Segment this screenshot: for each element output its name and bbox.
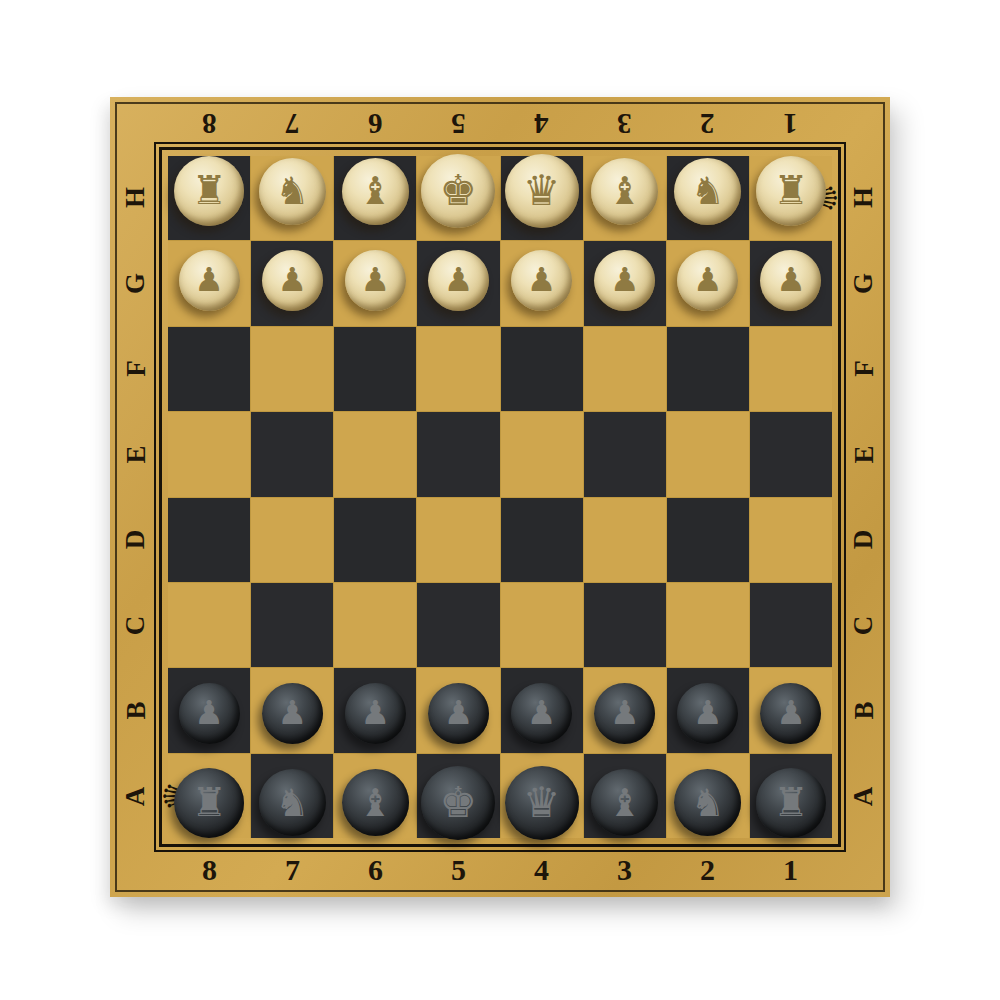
- square-h2[interactable]: ♞: [667, 156, 749, 240]
- coordinate-label: 6: [368, 853, 383, 887]
- square-f6[interactable]: [334, 327, 416, 411]
- right-letter-f: F: [845, 326, 883, 412]
- square-h3[interactable]: ♝: [584, 156, 666, 240]
- pawn-glyph: ♟: [693, 697, 723, 730]
- square-b2[interactable]: ♟: [667, 668, 749, 752]
- bishop-glyph: ♝: [608, 784, 642, 822]
- white-pawn[interactable]: ♟: [594, 250, 655, 311]
- bishop-glyph: ♝: [608, 172, 642, 210]
- coordinate-label: 4: [534, 107, 549, 140]
- black-pawn[interactable]: ♟: [677, 683, 738, 744]
- pawn-glyph: ♟: [194, 264, 224, 297]
- square-f2[interactable]: [667, 327, 749, 411]
- coords-bottom-numbers: 87654321: [168, 850, 832, 890]
- square-a4[interactable]: ♛: [501, 754, 583, 838]
- square-c4[interactable]: [501, 583, 583, 667]
- square-c1[interactable]: [750, 583, 832, 667]
- coordinate-label: 5: [451, 107, 466, 140]
- white-bishop[interactable]: ♝: [591, 158, 658, 225]
- black-rook[interactable]: ♜: [756, 768, 826, 838]
- square-c5[interactable]: [417, 583, 499, 667]
- playing-area-inner-frame: ♜♞♝♚♛♝♞♛♜♟♟♟♟♟♟♟♟♟♟♟♟♟♟♟♟♛♜♞♝♚♛♝♞♜: [159, 147, 841, 847]
- square-d2[interactable]: [667, 498, 749, 582]
- top-number-4: 4: [500, 104, 583, 142]
- square-a2[interactable]: ♞: [667, 754, 749, 838]
- right-letter-b: B: [845, 668, 883, 754]
- black-rook[interactable]: ♜: [174, 768, 244, 838]
- square-f3[interactable]: [584, 327, 666, 411]
- left-letter-h: H: [117, 155, 155, 241]
- coordinate-label: E: [120, 445, 151, 463]
- white-pawn[interactable]: ♟: [677, 250, 738, 311]
- square-g8[interactable]: ♟: [168, 241, 250, 325]
- black-pawn[interactable]: ♟: [179, 683, 240, 744]
- right-letter-g: G: [845, 241, 883, 327]
- square-e6[interactable]: [334, 412, 416, 496]
- bishop-glyph: ♝: [358, 784, 392, 822]
- playing-area-frame: ♜♞♝♚♛♝♞♛♜♟♟♟♟♟♟♟♟♟♟♟♟♟♟♟♟♛♜♞♝♚♛♝♞♜: [154, 142, 846, 852]
- coordinate-label: E: [848, 445, 879, 463]
- coordinate-label: 3: [617, 107, 632, 140]
- coordinate-label: 8: [202, 107, 217, 140]
- coordinate-label: 6: [368, 107, 383, 140]
- pawn-glyph: ♟: [776, 264, 806, 297]
- pawn-glyph: ♟: [693, 264, 723, 297]
- square-b4[interactable]: ♟: [501, 668, 583, 752]
- square-b5[interactable]: ♟: [417, 668, 499, 752]
- square-c8[interactable]: [168, 583, 250, 667]
- black-knight[interactable]: ♞: [674, 769, 741, 836]
- square-g7[interactable]: ♟: [251, 241, 333, 325]
- black-bishop[interactable]: ♝: [591, 769, 658, 836]
- square-e8[interactable]: [168, 412, 250, 496]
- top-number-1: 1: [749, 104, 832, 142]
- square-f7[interactable]: [251, 327, 333, 411]
- white-rook[interactable]: ♜: [174, 156, 244, 226]
- square-e5[interactable]: [417, 412, 499, 496]
- coordinate-label: H: [120, 187, 151, 208]
- rook-glyph: ♜: [773, 783, 809, 823]
- left-letter-f: F: [117, 326, 155, 412]
- bottom-number-1: 1: [749, 850, 832, 890]
- rook-glyph: ♜: [191, 171, 227, 211]
- square-h8[interactable]: ♜: [168, 156, 250, 240]
- square-g4[interactable]: ♟: [501, 241, 583, 325]
- black-pawn[interactable]: ♟: [345, 683, 406, 744]
- left-letter-c: C: [117, 583, 155, 669]
- pawn-glyph: ♟: [277, 697, 307, 730]
- black-pawn[interactable]: ♟: [262, 683, 323, 744]
- top-number-6: 6: [334, 104, 417, 142]
- coords-left-letters: HGFEDCBA: [117, 155, 155, 839]
- black-pawn[interactable]: ♟: [594, 683, 655, 744]
- square-e7[interactable]: [251, 412, 333, 496]
- pawn-glyph: ♟: [776, 697, 806, 730]
- white-bishop[interactable]: ♝: [342, 158, 409, 225]
- square-e2[interactable]: [667, 412, 749, 496]
- bottom-number-3: 3: [583, 850, 666, 890]
- right-letter-a: A: [845, 754, 883, 840]
- pawn-glyph: ♟: [361, 697, 391, 730]
- square-c7[interactable]: [251, 583, 333, 667]
- coordinate-label: 1: [783, 107, 798, 140]
- square-d7[interactable]: [251, 498, 333, 582]
- square-b6[interactable]: ♟: [334, 668, 416, 752]
- square-d1[interactable]: [750, 498, 832, 582]
- knight-glyph: ♞: [275, 172, 309, 210]
- chess-board: 87654321 87654321 HGFEDCBA HGFEDCBA ♜♞♝♚…: [110, 97, 890, 897]
- square-h7[interactable]: ♞: [251, 156, 333, 240]
- square-a5[interactable]: ♚: [417, 754, 499, 838]
- square-a6[interactable]: ♝: [334, 754, 416, 838]
- square-a3[interactable]: ♝: [584, 754, 666, 838]
- white-pawn[interactable]: ♟: [345, 250, 406, 311]
- square-g6[interactable]: ♟: [334, 241, 416, 325]
- square-b7[interactable]: ♟: [251, 668, 333, 752]
- left-letter-b: B: [117, 668, 155, 754]
- black-pawn[interactable]: ♟: [511, 683, 572, 744]
- white-pawn[interactable]: ♟: [262, 250, 323, 311]
- coordinate-label: A: [121, 787, 152, 807]
- square-h6[interactable]: ♝: [334, 156, 416, 240]
- coordinate-label: G: [848, 273, 879, 294]
- square-d3[interactable]: [584, 498, 666, 582]
- white-knight[interactable]: ♞: [259, 158, 326, 225]
- square-h1[interactable]: ♛♜: [750, 156, 832, 240]
- square-c3[interactable]: [584, 583, 666, 667]
- coordinate-label: C: [849, 616, 880, 636]
- white-queen[interactable]: ♛: [505, 154, 579, 228]
- square-d8[interactable]: [168, 498, 250, 582]
- white-knight[interactable]: ♞: [674, 158, 741, 225]
- coordinate-label: C: [121, 616, 152, 636]
- right-letter-e: E: [845, 412, 883, 498]
- square-d4[interactable]: [501, 498, 583, 582]
- square-g3[interactable]: ♟: [584, 241, 666, 325]
- square-f5[interactable]: [417, 327, 499, 411]
- board-grid: ♜♞♝♚♛♝♞♛♜♟♟♟♟♟♟♟♟♟♟♟♟♟♟♟♟♛♜♞♝♚♛♝♞♜: [168, 156, 832, 838]
- black-queen[interactable]: ♛: [505, 766, 579, 840]
- right-letter-d: D: [845, 497, 883, 583]
- pawn-glyph: ♟: [527, 697, 557, 730]
- pawn-glyph: ♟: [194, 697, 224, 730]
- coordinate-label: 7: [285, 853, 300, 887]
- coordinate-label: D: [121, 530, 152, 550]
- white-pawn[interactable]: ♟: [428, 250, 489, 311]
- coordinate-label: 5: [451, 853, 466, 887]
- coordinate-label: B: [848, 702, 879, 720]
- top-number-7: 7: [251, 104, 334, 142]
- left-letter-e: E: [117, 412, 155, 498]
- square-c6[interactable]: [334, 583, 416, 667]
- rook-glyph: ♜: [773, 171, 809, 211]
- square-b8[interactable]: ♟: [168, 668, 250, 752]
- left-letter-g: G: [117, 241, 155, 327]
- square-f1[interactable]: [750, 327, 832, 411]
- coordinate-label: 2: [700, 107, 715, 140]
- top-number-8: 8: [168, 104, 251, 142]
- square-f8[interactable]: [168, 327, 250, 411]
- black-pawn[interactable]: ♟: [760, 683, 821, 744]
- coordinate-label: 2: [700, 853, 715, 887]
- bottom-number-8: 8: [168, 850, 251, 890]
- square-f4[interactable]: [501, 327, 583, 411]
- square-e4[interactable]: [501, 412, 583, 496]
- coordinate-label: D: [849, 530, 880, 550]
- black-king[interactable]: ♚: [421, 766, 495, 840]
- white-pawn[interactable]: ♟: [179, 250, 240, 311]
- square-h5[interactable]: ♚: [417, 156, 499, 240]
- pawn-glyph: ♟: [610, 264, 640, 297]
- square-c2[interactable]: [667, 583, 749, 667]
- square-a8[interactable]: ♛♜: [168, 754, 250, 838]
- bottom-number-2: 2: [666, 850, 749, 890]
- square-d6[interactable]: [334, 498, 416, 582]
- square-a7[interactable]: ♞: [251, 754, 333, 838]
- coordinate-label: A: [849, 787, 880, 807]
- rook-glyph: ♜: [191, 783, 227, 823]
- square-g1[interactable]: ♟: [750, 241, 832, 325]
- left-letter-a: A: [117, 754, 155, 840]
- black-knight[interactable]: ♞: [259, 769, 326, 836]
- coordinate-label: F: [849, 361, 880, 378]
- bottom-number-4: 4: [500, 850, 583, 890]
- pawn-glyph: ♟: [610, 697, 640, 730]
- knight-glyph: ♞: [275, 784, 309, 822]
- coords-top-numbers: 87654321: [168, 104, 832, 142]
- white-rook[interactable]: ♜: [756, 156, 826, 226]
- queen-glyph: ♛: [523, 170, 561, 212]
- square-e3[interactable]: [584, 412, 666, 496]
- top-number-5: 5: [417, 104, 500, 142]
- bottom-number-5: 5: [417, 850, 500, 890]
- right-letter-h: H: [845, 155, 883, 241]
- white-king[interactable]: ♚: [421, 154, 495, 228]
- black-pawn[interactable]: ♟: [428, 683, 489, 744]
- pawn-glyph: ♟: [361, 264, 391, 297]
- coordinate-label: 8: [202, 853, 217, 887]
- pawn-glyph: ♟: [444, 697, 474, 730]
- coordinate-label: B: [120, 702, 151, 720]
- square-d5[interactable]: [417, 498, 499, 582]
- coordinate-label: 4: [534, 853, 549, 887]
- right-letter-c: C: [845, 583, 883, 669]
- top-number-3: 3: [583, 104, 666, 142]
- left-letter-d: D: [117, 497, 155, 583]
- coordinate-label: G: [120, 273, 151, 294]
- knight-glyph: ♞: [691, 784, 725, 822]
- square-b1[interactable]: ♟: [750, 668, 832, 752]
- pawn-glyph: ♟: [444, 264, 474, 297]
- coordinate-label: 7: [285, 107, 300, 140]
- coords-right-letters: HGFEDCBA: [845, 155, 883, 839]
- knight-glyph: ♞: [691, 172, 725, 210]
- white-pawn[interactable]: ♟: [760, 250, 821, 311]
- coordinate-label: 1: [783, 853, 798, 887]
- white-pawn[interactable]: ♟: [511, 250, 572, 311]
- bottom-number-7: 7: [251, 850, 334, 890]
- square-g5[interactable]: ♟: [417, 241, 499, 325]
- square-a1[interactable]: ♜: [750, 754, 832, 838]
- square-b3[interactable]: ♟: [584, 668, 666, 752]
- coordinate-label: H: [848, 187, 879, 208]
- king-glyph: ♚: [440, 170, 478, 212]
- coordinate-label: 3: [617, 853, 632, 887]
- square-g2[interactable]: ♟: [667, 241, 749, 325]
- black-bishop[interactable]: ♝: [342, 769, 409, 836]
- pawn-glyph: ♟: [527, 264, 557, 297]
- top-number-2: 2: [666, 104, 749, 142]
- square-h4[interactable]: ♛: [501, 156, 583, 240]
- pawn-glyph: ♟: [277, 264, 307, 297]
- bishop-glyph: ♝: [358, 172, 392, 210]
- queen-glyph: ♛: [523, 782, 561, 824]
- coordinate-label: F: [121, 361, 152, 378]
- square-e1[interactable]: [750, 412, 832, 496]
- bottom-number-6: 6: [334, 850, 417, 890]
- king-glyph: ♚: [440, 782, 478, 824]
